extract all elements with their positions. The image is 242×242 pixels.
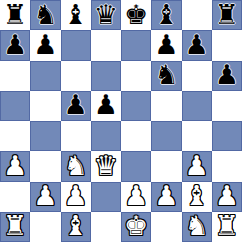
black-knight-piece[interactable]: ♞	[154, 61, 178, 88]
square-f5[interactable]	[151, 91, 181, 121]
square-a3[interactable]: ♟	[0, 151, 30, 181]
square-b5[interactable]	[30, 91, 60, 121]
square-e7[interactable]	[121, 30, 151, 60]
black-pawn-piece[interactable]: ♟	[215, 61, 239, 88]
black-pawn-piece[interactable]: ♟	[94, 91, 118, 118]
white-pawn-piece[interactable]: ♟	[124, 182, 148, 209]
square-d3[interactable]: ♛	[91, 151, 121, 181]
square-h3[interactable]	[212, 151, 242, 181]
square-g1[interactable]: ♞	[182, 212, 212, 242]
white-pawn-piece[interactable]: ♟	[64, 182, 88, 209]
white-king-piece[interactable]: ♚	[124, 212, 148, 239]
white-bishop-piece[interactable]: ♝	[185, 182, 209, 209]
square-d7[interactable]	[91, 30, 121, 60]
white-rook-piece[interactable]: ♜	[215, 212, 239, 239]
square-c8[interactable]: ♝	[61, 0, 91, 30]
square-g6[interactable]	[182, 61, 212, 91]
square-d5[interactable]: ♟	[91, 91, 121, 121]
square-d8[interactable]: ♛	[91, 0, 121, 30]
square-c5[interactable]: ♟	[61, 91, 91, 121]
white-knight-piece[interactable]: ♞	[185, 212, 209, 239]
white-pawn-piece[interactable]: ♟	[185, 152, 209, 179]
square-c7[interactable]	[61, 30, 91, 60]
square-g7[interactable]: ♟	[182, 30, 212, 60]
black-pawn-piece[interactable]: ♟	[33, 31, 57, 58]
square-f3[interactable]	[151, 151, 181, 181]
square-h8[interactable]: ♜	[212, 0, 242, 30]
black-pawn-piece[interactable]: ♟	[3, 31, 27, 58]
square-h5[interactable]	[212, 91, 242, 121]
square-d1[interactable]	[91, 212, 121, 242]
black-pawn-piece[interactable]: ♟	[185, 31, 209, 58]
square-a1[interactable]: ♜	[0, 212, 30, 242]
square-b6[interactable]	[30, 61, 60, 91]
square-c3[interactable]: ♞	[61, 151, 91, 181]
square-b7[interactable]: ♟	[30, 30, 60, 60]
black-king-piece[interactable]: ♚	[124, 1, 148, 28]
square-c4[interactable]	[61, 121, 91, 151]
black-rook-piece[interactable]: ♜	[215, 1, 239, 28]
square-a7[interactable]: ♟	[0, 30, 30, 60]
white-pawn-piece[interactable]: ♟	[3, 152, 27, 179]
white-pawn-piece[interactable]: ♟	[33, 182, 57, 209]
square-e8[interactable]: ♚	[121, 0, 151, 30]
square-c1[interactable]: ♝	[61, 212, 91, 242]
square-f8[interactable]: ♝	[151, 0, 181, 30]
black-bishop-piece[interactable]: ♝	[154, 1, 178, 28]
chess-board: ♜♞♝♛♚♝♜♟♟♟♟♞♟♟♟♟♞♛♟♟♟♟♟♝♟♜♝♚♞♜	[0, 0, 242, 242]
square-b3[interactable]	[30, 151, 60, 181]
square-h2[interactable]: ♟	[212, 182, 242, 212]
square-b2[interactable]: ♟	[30, 182, 60, 212]
square-b1[interactable]	[30, 212, 60, 242]
square-e3[interactable]	[121, 151, 151, 181]
square-b4[interactable]	[30, 121, 60, 151]
square-c6[interactable]	[61, 61, 91, 91]
white-rook-piece[interactable]: ♜	[3, 212, 27, 239]
square-g5[interactable]	[182, 91, 212, 121]
square-d6[interactable]	[91, 61, 121, 91]
square-d2[interactable]	[91, 182, 121, 212]
square-g2[interactable]: ♝	[182, 182, 212, 212]
square-a2[interactable]	[0, 182, 30, 212]
black-bishop-piece[interactable]: ♝	[64, 1, 88, 28]
square-f2[interactable]: ♟	[151, 182, 181, 212]
square-e5[interactable]	[121, 91, 151, 121]
square-f4[interactable]	[151, 121, 181, 151]
square-h4[interactable]	[212, 121, 242, 151]
square-a5[interactable]	[0, 91, 30, 121]
square-e2[interactable]: ♟	[121, 182, 151, 212]
square-f6[interactable]: ♞	[151, 61, 181, 91]
white-pawn-piece[interactable]: ♟	[215, 182, 239, 209]
square-e1[interactable]: ♚	[121, 212, 151, 242]
square-g4[interactable]	[182, 121, 212, 151]
square-a4[interactable]	[0, 121, 30, 151]
square-h6[interactable]: ♟	[212, 61, 242, 91]
white-bishop-piece[interactable]: ♝	[64, 212, 88, 239]
square-g8[interactable]	[182, 0, 212, 30]
square-e6[interactable]	[121, 61, 151, 91]
black-knight-piece[interactable]: ♞	[33, 1, 57, 28]
square-h1[interactable]: ♜	[212, 212, 242, 242]
black-rook-piece[interactable]: ♜	[3, 1, 27, 28]
white-knight-piece[interactable]: ♞	[64, 152, 88, 179]
white-pawn-piece[interactable]: ♟	[154, 182, 178, 209]
black-pawn-piece[interactable]: ♟	[64, 91, 88, 118]
black-queen-piece[interactable]: ♛	[94, 1, 118, 28]
square-a8[interactable]: ♜	[0, 0, 30, 30]
square-b8[interactable]: ♞	[30, 0, 60, 30]
square-c2[interactable]: ♟	[61, 182, 91, 212]
white-queen-piece[interactable]: ♛	[94, 152, 118, 179]
square-f7[interactable]: ♟	[151, 30, 181, 60]
square-h7[interactable]	[212, 30, 242, 60]
black-pawn-piece[interactable]: ♟	[154, 31, 178, 58]
square-g3[interactable]: ♟	[182, 151, 212, 181]
square-e4[interactable]	[121, 121, 151, 151]
square-a6[interactable]	[0, 61, 30, 91]
square-d4[interactable]	[91, 121, 121, 151]
square-f1[interactable]	[151, 212, 181, 242]
